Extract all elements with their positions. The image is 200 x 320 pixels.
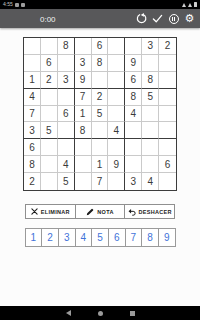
check-button[interactable] <box>152 13 163 24</box>
restart-button[interactable] <box>136 13 147 24</box>
home-icon <box>98 311 103 316</box>
status-bar-left: 4:55 <box>3 2 25 7</box>
cell-r3c1[interactable]: 1 <box>24 72 41 89</box>
cell-r4c2[interactable] <box>41 89 58 106</box>
cell-r7c7[interactable] <box>125 139 142 156</box>
cell-r2c4[interactable]: 3 <box>75 55 92 72</box>
numpad-9[interactable]: 9 <box>158 228 176 247</box>
cell-r1c5[interactable]: 6 <box>92 38 109 55</box>
sudoku-app-screen: 4:55 0:00 <box>0 0 200 320</box>
cell-r5c6[interactable] <box>108 106 125 123</box>
back-icon <box>66 310 71 316</box>
cell-r7c2[interactable] <box>41 139 58 156</box>
erase-button[interactable]: ELIMINAR <box>26 205 75 218</box>
cell-r2c7[interactable]: 9 <box>125 55 142 72</box>
cell-r6c7[interactable] <box>125 122 142 139</box>
cell-r2c5[interactable]: 8 <box>92 55 109 72</box>
cell-r6c2[interactable]: 5 <box>41 122 58 139</box>
undo-button[interactable]: DESHACER <box>124 205 174 218</box>
cell-r7c1[interactable]: 6 <box>24 139 41 156</box>
cell-r9c6[interactable] <box>108 173 125 190</box>
cell-r1c6[interactable] <box>108 38 125 55</box>
cell-r5c5[interactable]: 5 <box>92 106 109 123</box>
cell-r6c5[interactable] <box>92 122 109 139</box>
cell-r7c3[interactable] <box>58 139 75 156</box>
toolbar-actions: ⚙ <box>136 9 195 28</box>
cell-r3c2[interactable]: 2 <box>41 72 58 89</box>
cell-r5c4[interactable]: 1 <box>75 106 92 123</box>
cell-r2c8[interactable] <box>142 55 159 72</box>
cell-r4c6[interactable] <box>108 89 125 106</box>
cell-r1c7[interactable] <box>125 38 142 55</box>
cell-r3c5[interactable] <box>92 72 109 89</box>
check-icon <box>152 13 163 24</box>
navigation-bar <box>0 306 200 320</box>
cell-r6c4[interactable]: 8 <box>75 122 92 139</box>
cell-r6c9[interactable] <box>159 122 176 139</box>
erase-label: ELIMINAR <box>41 209 70 215</box>
cell-r2c9[interactable] <box>159 55 176 72</box>
number-pad: 123456789 <box>25 228 176 247</box>
sudoku-board: 863263891239684728576154358468419625734 <box>23 37 177 191</box>
recents-icon <box>130 311 135 316</box>
cell-r4c1[interactable]: 4 <box>24 89 41 106</box>
cell-r9c5[interactable]: 7 <box>92 173 109 190</box>
cell-r7c4[interactable] <box>75 139 92 156</box>
undo-label: DESHACER <box>139 209 172 215</box>
cell-r1c1[interactable] <box>24 38 41 55</box>
action-bar: ELIMINAR NOTA DESHACER <box>25 204 175 219</box>
cell-r8c9[interactable]: 6 <box>159 156 176 173</box>
cell-r5c3[interactable]: 6 <box>58 106 75 123</box>
cell-r3c3[interactable]: 3 <box>58 72 75 89</box>
cell-r6c6[interactable]: 4 <box>108 122 125 139</box>
cell-r1c8[interactable]: 3 <box>142 38 159 55</box>
back-button[interactable] <box>65 310 72 317</box>
cell-r5c9[interactable] <box>159 106 176 123</box>
cell-r6c8[interactable] <box>142 122 159 139</box>
cell-r8c5[interactable]: 1 <box>92 156 109 173</box>
numpad-1[interactable]: 1 <box>25 228 43 247</box>
cell-r3c4[interactable]: 9 <box>75 72 92 89</box>
numpad-2[interactable]: 2 <box>41 228 59 247</box>
home-button[interactable] <box>97 310 104 317</box>
cell-r3c9[interactable] <box>159 72 176 89</box>
cell-r2c3[interactable] <box>58 55 75 72</box>
cell-r1c3[interactable]: 8 <box>58 38 75 55</box>
numpad-3[interactable]: 3 <box>58 228 76 247</box>
cell-r9c7[interactable]: 3 <box>125 173 142 190</box>
cell-r4c8[interactable]: 5 <box>142 89 159 106</box>
pause-button[interactable] <box>168 13 179 24</box>
cell-r2c6[interactable] <box>108 55 125 72</box>
cell-r3c7[interactable]: 6 <box>125 72 142 89</box>
cell-r5c1[interactable]: 7 <box>24 106 41 123</box>
cell-r7c9[interactable] <box>159 139 176 156</box>
cell-r5c7[interactable]: 4 <box>125 106 142 123</box>
settings-button[interactable]: ⚙ <box>184 13 195 24</box>
cell-r3c8[interactable]: 8 <box>142 72 159 89</box>
restart-icon <box>136 13 147 24</box>
cell-r8c6[interactable]: 9 <box>108 156 125 173</box>
notification-icon <box>15 3 19 7</box>
cell-r7c8[interactable] <box>142 139 159 156</box>
cell-r5c8[interactable] <box>142 106 159 123</box>
erase-icon <box>31 208 38 215</box>
numpad-8[interactable]: 8 <box>141 228 159 247</box>
cell-r8c7[interactable] <box>125 156 142 173</box>
numpad-6[interactable]: 6 <box>108 228 126 247</box>
undo-icon <box>128 208 136 216</box>
cell-r9c4[interactable] <box>75 173 92 190</box>
cell-r1c9[interactable]: 2 <box>159 38 176 55</box>
cell-r1c4[interactable] <box>75 38 92 55</box>
cell-r8c1[interactable]: 8 <box>24 156 41 173</box>
cell-r4c5[interactable]: 2 <box>92 89 109 106</box>
cell-r2c1[interactable] <box>24 55 41 72</box>
cell-r7c5[interactable] <box>92 139 109 156</box>
cell-r1c2[interactable] <box>41 38 58 55</box>
cell-r4c3[interactable] <box>58 89 75 106</box>
signal-icon <box>188 3 192 7</box>
cell-r9c8[interactable]: 4 <box>142 173 159 190</box>
pause-icon <box>169 14 179 24</box>
cell-r6c1[interactable]: 3 <box>24 122 41 139</box>
numpad-5[interactable]: 5 <box>91 228 109 247</box>
numpad-4[interactable]: 4 <box>75 228 93 247</box>
cell-r9c9[interactable] <box>159 173 176 190</box>
status-bar: 4:55 <box>0 0 200 9</box>
battery-icon <box>194 2 197 7</box>
cell-r2c2[interactable]: 6 <box>41 55 58 72</box>
cell-r5c2[interactable] <box>41 106 58 123</box>
settings-icon: ⚙ <box>185 13 195 24</box>
cell-r4c9[interactable] <box>159 89 176 106</box>
cell-r8c4[interactable] <box>75 156 92 173</box>
app-toolbar: 0:00 ⚙ <box>0 9 200 28</box>
cell-r4c4[interactable]: 7 <box>75 89 92 106</box>
cell-r9c1[interactable]: 2 <box>24 173 41 190</box>
status-time: 4:55 <box>3 2 13 7</box>
cell-r8c8[interactable] <box>142 156 159 173</box>
cell-r7c6[interactable] <box>108 139 125 156</box>
cell-r8c3[interactable]: 4 <box>58 156 75 173</box>
wifi-icon <box>182 3 186 7</box>
cell-r9c2[interactable] <box>41 173 58 190</box>
recents-button[interactable] <box>129 310 136 317</box>
note-label: NOTA <box>97 209 113 215</box>
notification-icon <box>21 3 25 7</box>
game-timer: 0:00 <box>40 14 56 23</box>
pencil-icon <box>86 208 94 216</box>
cell-r9c3[interactable]: 5 <box>58 173 75 190</box>
cell-r6c3[interactable] <box>58 122 75 139</box>
cell-r3c6[interactable] <box>108 72 125 89</box>
status-bar-right <box>182 2 197 7</box>
numpad-7[interactable]: 7 <box>125 228 143 247</box>
note-button[interactable]: NOTA <box>75 205 125 218</box>
cell-r4c7[interactable]: 8 <box>125 89 142 106</box>
cell-r8c2[interactable] <box>41 156 58 173</box>
